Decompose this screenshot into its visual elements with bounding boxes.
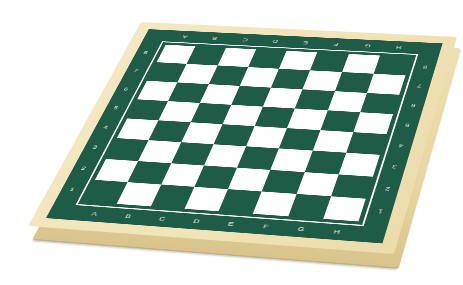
chessboard-product-photo: AA88BB77CC66DD55EE44FF33GG22HH11 [0,0,463,285]
square-h1[interactable] [323,196,366,221]
square-h2[interactable] [331,174,373,198]
square-h3[interactable] [339,153,380,177]
chess-board[interactable]: AA88BB77CC66DD55EE44FF33GG22HH11 [28,22,457,254]
square-h8[interactable] [373,55,411,75]
square-h4[interactable] [346,132,387,155]
square-h5[interactable] [353,112,393,134]
square-h6[interactable] [360,93,399,114]
square-h7[interactable] [367,74,406,95]
